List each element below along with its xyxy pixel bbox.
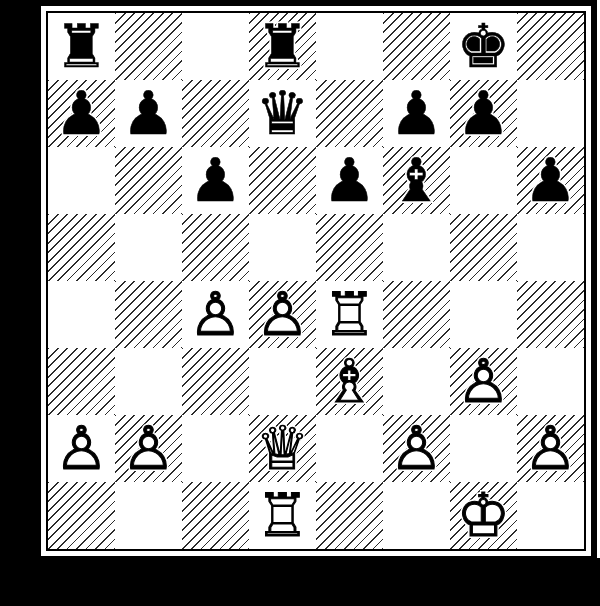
square-d1[interactable]: ♜♖ [249, 482, 316, 549]
black-pawn-icon: ♟ [450, 79, 517, 146]
square-h8[interactable] [517, 13, 584, 80]
square-g7[interactable]: ♟♟ [450, 80, 517, 147]
square-c5[interactable] [182, 214, 249, 281]
square-c2[interactable] [182, 415, 249, 482]
square-f4[interactable] [383, 281, 450, 348]
square-d5[interactable] [249, 214, 316, 281]
white-pawn-icon: ♙ [115, 414, 182, 481]
piece-white-pawn[interactable]: ♟♙ [48, 415, 115, 482]
white-pawn-icon: ♙ [383, 414, 450, 481]
square-e1[interactable] [316, 482, 383, 549]
piece-black-pawn[interactable]: ♟♟ [115, 80, 182, 147]
square-a2[interactable]: ♟♙ [48, 415, 115, 482]
square-e8[interactable] [316, 13, 383, 80]
square-f1[interactable] [383, 482, 450, 549]
piece-white-pawn[interactable]: ♟♙ [383, 415, 450, 482]
square-g3[interactable]: ♟♙ [450, 348, 517, 415]
piece-black-pawn[interactable]: ♟♟ [182, 147, 249, 214]
square-f7[interactable]: ♟♟ [383, 80, 450, 147]
square-c7[interactable] [182, 80, 249, 147]
piece-white-pawn[interactable]: ♟♙ [249, 281, 316, 348]
square-d2[interactable]: ♛♕ [249, 415, 316, 482]
piece-white-pawn[interactable]: ♟♙ [450, 348, 517, 415]
square-g4[interactable] [450, 281, 517, 348]
square-b4[interactable] [115, 281, 182, 348]
square-c4[interactable]: ♟♙ [182, 281, 249, 348]
square-f2[interactable]: ♟♙ [383, 415, 450, 482]
square-h2[interactable]: ♟♙ [517, 415, 584, 482]
square-a4[interactable] [48, 281, 115, 348]
piece-black-pawn[interactable]: ♟♟ [450, 80, 517, 147]
square-b3[interactable] [115, 348, 182, 415]
white-pawn-icon: ♙ [249, 280, 316, 347]
white-pawn-icon: ♙ [48, 414, 115, 481]
square-a8[interactable]: ♜♜ [48, 13, 115, 80]
square-h3[interactable] [517, 348, 584, 415]
square-b1[interactable] [115, 482, 182, 549]
piece-black-pawn[interactable]: ♟♟ [316, 147, 383, 214]
piece-white-pawn[interactable]: ♟♙ [115, 415, 182, 482]
board-mat: ♜♜♜♜♚♚♟♟♟♟♛♛♟♟♟♟♟♟♟♟♝♝♟♟♟♙♟♙♜♖♝♗♟♙♟♙♟♙♛♕… [41, 6, 591, 556]
square-d3[interactable] [249, 348, 316, 415]
white-rook-icon: ♖ [249, 481, 316, 548]
square-b5[interactable] [115, 214, 182, 281]
square-d4[interactable]: ♟♙ [249, 281, 316, 348]
board-frame: ♜♜♜♜♚♚♟♟♟♟♛♛♟♟♟♟♟♟♟♟♝♝♟♟♟♙♟♙♜♖♝♗♟♙♟♙♟♙♛♕… [35, 0, 597, 562]
square-e6[interactable]: ♟♟ [316, 147, 383, 214]
square-a3[interactable] [48, 348, 115, 415]
piece-white-pawn[interactable]: ♟♙ [182, 281, 249, 348]
square-b7[interactable]: ♟♟ [115, 80, 182, 147]
square-c3[interactable] [182, 348, 249, 415]
square-g1[interactable]: ♚♔ [450, 482, 517, 549]
square-h7[interactable] [517, 80, 584, 147]
white-pawn-icon: ♙ [182, 280, 249, 347]
piece-black-king[interactable]: ♚♚ [450, 13, 517, 80]
black-pawn-icon: ♟ [517, 146, 584, 213]
white-bishop-icon: ♗ [316, 347, 383, 414]
piece-black-bishop[interactable]: ♝♝ [383, 147, 450, 214]
white-rook-icon: ♖ [316, 280, 383, 347]
square-f6[interactable]: ♝♝ [383, 147, 450, 214]
square-a1[interactable] [48, 482, 115, 549]
black-pawn-icon: ♟ [48, 79, 115, 146]
square-a5[interactable] [48, 214, 115, 281]
black-rook-icon: ♜ [48, 12, 115, 79]
white-pawn-icon: ♙ [450, 347, 517, 414]
square-d7[interactable]: ♛♛ [249, 80, 316, 147]
white-king-icon: ♔ [450, 481, 517, 548]
square-e3[interactable]: ♝♗ [316, 348, 383, 415]
square-e5[interactable] [316, 214, 383, 281]
square-g5[interactable] [450, 214, 517, 281]
black-bishop-icon: ♝ [383, 146, 450, 213]
piece-black-pawn[interactable]: ♟♟ [48, 80, 115, 147]
piece-white-pawn[interactable]: ♟♙ [517, 415, 584, 482]
square-h5[interactable] [517, 214, 584, 281]
piece-white-king[interactable]: ♚♔ [450, 482, 517, 549]
piece-black-pawn[interactable]: ♟♟ [383, 80, 450, 147]
black-pawn-icon: ♟ [182, 146, 249, 213]
square-h6[interactable]: ♟♟ [517, 147, 584, 214]
piece-black-queen[interactable]: ♛♛ [249, 80, 316, 147]
square-f5[interactable] [383, 214, 450, 281]
white-pawn-icon: ♙ [517, 414, 584, 481]
piece-black-rook[interactable]: ♜♜ [249, 13, 316, 80]
square-c8[interactable] [182, 13, 249, 80]
black-pawn-icon: ♟ [316, 146, 383, 213]
square-d6[interactable] [249, 147, 316, 214]
square-b2[interactable]: ♟♙ [115, 415, 182, 482]
square-h1[interactable] [517, 482, 584, 549]
square-e7[interactable] [316, 80, 383, 147]
black-king-icon: ♚ [450, 12, 517, 79]
square-g8[interactable]: ♚♚ [450, 13, 517, 80]
square-a7[interactable]: ♟♟ [48, 80, 115, 147]
square-e4[interactable]: ♜♖ [316, 281, 383, 348]
square-g6[interactable] [450, 147, 517, 214]
black-pawn-icon: ♟ [383, 79, 450, 146]
square-e2[interactable] [316, 415, 383, 482]
square-d8[interactable]: ♜♜ [249, 13, 316, 80]
square-f8[interactable] [383, 13, 450, 80]
piece-black-rook[interactable]: ♜♜ [48, 13, 115, 80]
chess-board: ♜♜♜♜♚♚♟♟♟♟♛♛♟♟♟♟♟♟♟♟♝♝♟♟♟♙♟♙♜♖♝♗♟♙♟♙♟♙♛♕… [46, 11, 586, 551]
piece-white-rook[interactable]: ♜♖ [316, 281, 383, 348]
piece-white-queen[interactable]: ♛♕ [249, 415, 316, 482]
black-queen-icon: ♛ [249, 79, 316, 146]
white-queen-icon: ♕ [249, 414, 316, 481]
piece-white-bishop[interactable]: ♝♗ [316, 348, 383, 415]
square-c6[interactable]: ♟♟ [182, 147, 249, 214]
piece-white-rook[interactable]: ♜♖ [249, 482, 316, 549]
square-b6[interactable] [115, 147, 182, 214]
black-rook-icon: ♜ [249, 12, 316, 79]
square-f3[interactable] [383, 348, 450, 415]
square-c1[interactable] [182, 482, 249, 549]
square-h4[interactable] [517, 281, 584, 348]
square-b8[interactable] [115, 13, 182, 80]
piece-black-pawn[interactable]: ♟♟ [517, 147, 584, 214]
square-a6[interactable] [48, 147, 115, 214]
square-g2[interactable] [450, 415, 517, 482]
black-pawn-icon: ♟ [115, 79, 182, 146]
